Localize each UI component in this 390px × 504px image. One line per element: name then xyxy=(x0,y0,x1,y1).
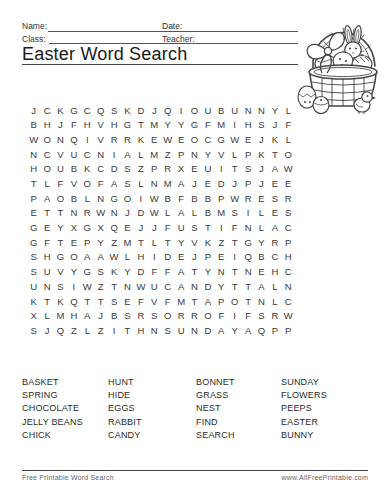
grid-cell-r7c6[interactable]: N xyxy=(94,191,107,206)
grid-cell-r15c8[interactable]: S xyxy=(121,309,134,324)
grid-cell-r3c9[interactable]: K xyxy=(134,132,147,147)
grid-cell-r6c11[interactable]: M xyxy=(161,176,174,191)
grid-cell-r13c16[interactable]: T xyxy=(228,279,241,294)
grid-cell-r14c15[interactable]: P xyxy=(215,294,228,309)
grid-cell-r11c4[interactable]: O xyxy=(67,250,80,265)
grid-cell-r12c13[interactable]: T xyxy=(188,265,201,280)
grid-cell-r1c19[interactable]: Y xyxy=(268,103,281,118)
grid-cell-r13c20[interactable]: N xyxy=(282,279,295,294)
grid-cell-r6c19[interactable]: E xyxy=(268,176,281,191)
grid-cell-r9c20[interactable]: C xyxy=(282,221,295,236)
grid-cell-r5c16[interactable]: T xyxy=(228,162,241,177)
grid-cell-r1c13[interactable]: O xyxy=(188,103,201,118)
grid-cell-r13c10[interactable]: U xyxy=(148,279,161,294)
grid-cell-r7c20[interactable]: R xyxy=(282,191,295,206)
grid-cell-r6c15[interactable]: D xyxy=(215,176,228,191)
grid-cell-r10c3[interactable]: T xyxy=(54,235,67,250)
grid-cell-r11c1[interactable]: S xyxy=(27,250,40,265)
grid-cell-r12c10[interactable]: F xyxy=(148,265,161,280)
grid-cell-r1c3[interactable]: K xyxy=(54,103,67,118)
grid-cell-r12c16[interactable]: T xyxy=(228,265,241,280)
grid-cell-r9c5[interactable]: G xyxy=(81,221,94,236)
grid-cell-r14c6[interactable]: T xyxy=(94,294,107,309)
grid-cell-r12c17[interactable]: N xyxy=(241,265,254,280)
grid-cell-r6c1[interactable]: T xyxy=(27,176,40,191)
grid-cell-r8c19[interactable]: E xyxy=(268,206,281,221)
grid-cell-r9c17[interactable]: N xyxy=(241,221,254,236)
grid-cell-r4c3[interactable]: V xyxy=(54,147,67,162)
grid-cell-r11c20[interactable]: H xyxy=(282,250,295,265)
grid-cell-r10c7[interactable]: Z xyxy=(107,235,120,250)
grid-cell-r4c11[interactable]: Z xyxy=(161,147,174,162)
grid-cell-r3c20[interactable]: L xyxy=(282,132,295,147)
grid-cell-r8c12[interactable]: A xyxy=(174,206,187,221)
grid-cell-r9c16[interactable]: F xyxy=(228,221,241,236)
grid-cell-r7c3[interactable]: O xyxy=(54,191,67,206)
grid-cell-r2c20[interactable]: F xyxy=(282,118,295,133)
grid-cell-r16c5[interactable]: L xyxy=(81,323,94,338)
grid-cell-r5c12[interactable]: X xyxy=(174,162,187,177)
grid-cell-r6c13[interactable]: J xyxy=(188,176,201,191)
grid-cell-r5c1[interactable]: H xyxy=(27,162,40,177)
grid-cell-r15c4[interactable]: H xyxy=(67,309,80,324)
grid-cell-r11c11[interactable]: D xyxy=(161,250,174,265)
grid-cell-r14c8[interactable]: E xyxy=(121,294,134,309)
grid-cell-r1c14[interactable]: U xyxy=(201,103,214,118)
grid-cell-r13c4[interactable]: I xyxy=(67,279,80,294)
grid-cell-r14c13[interactable]: T xyxy=(188,294,201,309)
grid-cell-r4c20[interactable]: O xyxy=(282,147,295,162)
grid-cell-r5c6[interactable]: C xyxy=(94,162,107,177)
grid-cell-r6c16[interactable]: J xyxy=(228,176,241,191)
grid-cell-r8c9[interactable]: D xyxy=(134,206,147,221)
grid-cell-r10c11[interactable]: T xyxy=(161,235,174,250)
grid-cell-r10c20[interactable]: P xyxy=(282,235,295,250)
grid-cell-r5c4[interactable]: B xyxy=(67,162,80,177)
grid-cell-r6c18[interactable]: J xyxy=(255,176,268,191)
grid-cell-r13c15[interactable]: Y xyxy=(215,279,228,294)
grid-cell-r3c2[interactable]: O xyxy=(40,132,53,147)
grid-cell-r10c13[interactable]: V xyxy=(188,235,201,250)
grid-cell-r12c1[interactable]: S xyxy=(27,265,40,280)
grid-cell-r13c7[interactable]: T xyxy=(107,279,120,294)
grid-cell-r8c8[interactable]: J xyxy=(121,206,134,221)
grid-cell-r15c17[interactable]: F xyxy=(241,309,254,324)
grid-cell-r12c8[interactable]: Y xyxy=(121,265,134,280)
grid-cell-r10c1[interactable]: G xyxy=(27,235,40,250)
grid-cell-r6c12[interactable]: A xyxy=(174,176,187,191)
grid-cell-r11c8[interactable]: L xyxy=(121,250,134,265)
grid-cell-r9c4[interactable]: X xyxy=(67,221,80,236)
grid-cell-r9c7[interactable]: Q xyxy=(107,221,120,236)
grid-cell-r4c1[interactable]: N xyxy=(27,147,40,162)
grid-cell-r7c18[interactable]: E xyxy=(255,191,268,206)
grid-cell-r2c1[interactable]: B xyxy=(27,118,40,133)
grid-cell-r2c16[interactable]: I xyxy=(228,118,241,133)
grid-cell-r16c17[interactable]: A xyxy=(241,323,254,338)
grid-cell-r2c13[interactable]: G xyxy=(188,118,201,133)
grid-cell-r11c18[interactable]: B xyxy=(255,250,268,265)
grid-cell-r8c5[interactable]: R xyxy=(81,206,94,221)
grid-cell-r6c5[interactable]: O xyxy=(81,176,94,191)
grid-cell-r3c12[interactable]: E xyxy=(174,132,187,147)
grid-cell-r12c6[interactable]: S xyxy=(94,265,107,280)
grid-cell-r3c5[interactable]: I xyxy=(81,132,94,147)
grid-cell-r9c12[interactable]: U xyxy=(174,221,187,236)
grid-cell-r2c15[interactable]: M xyxy=(215,118,228,133)
grid-cell-r15c5[interactable]: A xyxy=(81,309,94,324)
grid-cell-r9c11[interactable]: F xyxy=(161,221,174,236)
grid-cell-r6c7[interactable]: A xyxy=(107,176,120,191)
grid-cell-r10c2[interactable]: F xyxy=(40,235,53,250)
grid-cell-r11c7[interactable]: W xyxy=(107,250,120,265)
grid-cell-r8c17[interactable]: I xyxy=(241,206,254,221)
grid-cell-r8c6[interactable]: W xyxy=(94,206,107,221)
grid-cell-r4c7[interactable]: I xyxy=(107,147,120,162)
grid-cell-r14c3[interactable]: K xyxy=(54,294,67,309)
grid-cell-r15c18[interactable]: S xyxy=(255,309,268,324)
grid-cell-r3c6[interactable]: V xyxy=(94,132,107,147)
grid-cell-r10c19[interactable]: R xyxy=(268,235,281,250)
grid-cell-r8c4[interactable]: N xyxy=(67,206,80,221)
grid-cell-r5c14[interactable]: U xyxy=(201,162,214,177)
grid-cell-r5c10[interactable]: P xyxy=(148,162,161,177)
grid-cell-r10c5[interactable]: P xyxy=(81,235,94,250)
grid-cell-r4c16[interactable]: L xyxy=(228,147,241,162)
grid-cell-r16c20[interactable]: P xyxy=(282,323,295,338)
grid-cell-r11c12[interactable]: E xyxy=(174,250,187,265)
grid-cell-r1c11[interactable]: Q xyxy=(161,103,174,118)
grid-cell-r9c18[interactable]: L xyxy=(255,221,268,236)
grid-cell-r3c19[interactable]: K xyxy=(268,132,281,147)
grid-cell-r11c19[interactable]: C xyxy=(268,250,281,265)
grid-cell-r7c7[interactable]: G xyxy=(107,191,120,206)
grid-cell-r16c11[interactable]: S xyxy=(161,323,174,338)
grid-cell-r16c10[interactable]: N xyxy=(148,323,161,338)
grid-cell-r3c1[interactable]: W xyxy=(27,132,40,147)
grid-cell-r8c2[interactable]: T xyxy=(40,206,53,221)
grid-cell-r13c12[interactable]: A xyxy=(174,279,187,294)
grid-cell-r7c15[interactable]: P xyxy=(215,191,228,206)
grid-cell-r1c1[interactable]: J xyxy=(27,103,40,118)
grid-cell-r15c6[interactable]: J xyxy=(94,309,107,324)
grid-cell-r13c17[interactable]: T xyxy=(241,279,254,294)
grid-cell-r10c15[interactable]: Z xyxy=(215,235,228,250)
grid-cell-r2c6[interactable]: V xyxy=(94,118,107,133)
grid-cell-r1c12[interactable]: I xyxy=(174,103,187,118)
grid-cell-r8c15[interactable]: M xyxy=(215,206,228,221)
grid-cell-r13c5[interactable]: W xyxy=(81,279,94,294)
grid-cell-r3c7[interactable]: R xyxy=(107,132,120,147)
grid-cell-r13c14[interactable]: D xyxy=(201,279,214,294)
grid-cell-r12c11[interactable]: F xyxy=(161,265,174,280)
grid-cell-r14c20[interactable]: C xyxy=(282,294,295,309)
grid-cell-r2c2[interactable]: H xyxy=(40,118,53,133)
grid-cell-r2c4[interactable]: F xyxy=(67,118,80,133)
grid-cell-r5c19[interactable]: A xyxy=(268,162,281,177)
grid-cell-r5c8[interactable]: S xyxy=(121,162,134,177)
grid-cell-r7c10[interactable]: W xyxy=(148,191,161,206)
grid-cell-r5c3[interactable]: U xyxy=(54,162,67,177)
grid-cell-r11c2[interactable]: H xyxy=(40,250,53,265)
grid-cell-r5c17[interactable]: S xyxy=(241,162,254,177)
grid-cell-r5c13[interactable]: E xyxy=(188,162,201,177)
grid-cell-r6c14[interactable]: E xyxy=(201,176,214,191)
grid-cell-r16c7[interactable]: I xyxy=(107,323,120,338)
grid-cell-r12c2[interactable]: U xyxy=(40,265,53,280)
grid-cell-r7c14[interactable]: B xyxy=(201,191,214,206)
grid-cell-r9c13[interactable]: S xyxy=(188,221,201,236)
grid-cell-r12c14[interactable]: Y xyxy=(201,265,214,280)
grid-cell-r7c1[interactable]: P xyxy=(27,191,40,206)
grid-cell-r7c2[interactable]: A xyxy=(40,191,53,206)
grid-cell-r1c5[interactable]: C xyxy=(81,103,94,118)
grid-cell-r4c6[interactable]: N xyxy=(94,147,107,162)
grid-cell-r4c4[interactable]: U xyxy=(67,147,80,162)
grid-cell-r12c4[interactable]: Y xyxy=(67,265,80,280)
grid-cell-r14c5[interactable]: T xyxy=(81,294,94,309)
grid-cell-r4c12[interactable]: P xyxy=(174,147,187,162)
grid-cell-r7c4[interactable]: B xyxy=(67,191,80,206)
grid-cell-r1c7[interactable]: S xyxy=(107,103,120,118)
grid-cell-r14c9[interactable]: F xyxy=(134,294,147,309)
grid-cell-r4c19[interactable]: T xyxy=(268,147,281,162)
grid-cell-r15c20[interactable]: W xyxy=(282,309,295,324)
grid-cell-r12c5[interactable]: G xyxy=(81,265,94,280)
grid-cell-r2c17[interactable]: H xyxy=(241,118,254,133)
grid-cell-r13c3[interactable]: S xyxy=(54,279,67,294)
grid-cell-r14c11[interactable]: F xyxy=(161,294,174,309)
grid-cell-r15c11[interactable]: O xyxy=(161,309,174,324)
grid-cell-r16c13[interactable]: N xyxy=(188,323,201,338)
grid-cell-r7c19[interactable]: S xyxy=(268,191,281,206)
grid-cell-r10c10[interactable]: L xyxy=(148,235,161,250)
grid-cell-r1c4[interactable]: G xyxy=(67,103,80,118)
grid-cell-r10c8[interactable]: M xyxy=(121,235,134,250)
grid-cell-r4c2[interactable]: C xyxy=(40,147,53,162)
grid-cell-r15c15[interactable]: F xyxy=(215,309,228,324)
grid-cell-r2c5[interactable]: H xyxy=(81,118,94,133)
grid-cell-r9c14[interactable]: T xyxy=(201,221,214,236)
grid-cell-r13c6[interactable]: Z xyxy=(94,279,107,294)
grid-cell-r9c2[interactable]: E xyxy=(40,221,53,236)
grid-cell-r16c1[interactable]: S xyxy=(27,323,40,338)
grid-cell-r7c11[interactable]: B xyxy=(161,191,174,206)
grid-cell-r11c17[interactable]: Q xyxy=(241,250,254,265)
grid-cell-r9c9[interactable]: J xyxy=(134,221,147,236)
grid-cell-r14c2[interactable]: T xyxy=(40,294,53,309)
grid-cell-r8c3[interactable]: T xyxy=(54,206,67,221)
grid-cell-r4c15[interactable]: V xyxy=(215,147,228,162)
grid-cell-r7c8[interactable]: O xyxy=(121,191,134,206)
grid-cell-r3c11[interactable]: W xyxy=(161,132,174,147)
grid-cell-r5c5[interactable]: K xyxy=(81,162,94,177)
grid-cell-r5c11[interactable]: R xyxy=(161,162,174,177)
grid-cell-r7c17[interactable]: R xyxy=(241,191,254,206)
grid-cell-r16c3[interactable]: Q xyxy=(54,323,67,338)
grid-cell-r15c3[interactable]: M xyxy=(54,309,67,324)
grid-cell-r9c19[interactable]: A xyxy=(268,221,281,236)
grid-cell-r11c16[interactable]: I xyxy=(228,250,241,265)
grid-cell-r14c18[interactable]: N xyxy=(255,294,268,309)
grid-cell-r6c20[interactable]: E xyxy=(282,176,295,191)
grid-cell-r16c18[interactable]: Q xyxy=(255,323,268,338)
grid-cell-r15c12[interactable]: R xyxy=(174,309,187,324)
grid-cell-r3c3[interactable]: N xyxy=(54,132,67,147)
grid-cell-r16c12[interactable]: U xyxy=(174,323,187,338)
grid-cell-r6c8[interactable]: S xyxy=(121,176,134,191)
grid-cell-r13c9[interactable]: W xyxy=(134,279,147,294)
grid-cell-r11c15[interactable]: E xyxy=(215,250,228,265)
grid-cell-r1c17[interactable]: N xyxy=(241,103,254,118)
grid-cell-r13c18[interactable]: A xyxy=(255,279,268,294)
grid-cell-r16c2[interactable]: J xyxy=(40,323,53,338)
grid-cell-r12c3[interactable]: V xyxy=(54,265,67,280)
grid-cell-r4c8[interactable]: A xyxy=(121,147,134,162)
grid-cell-r9c15[interactable]: I xyxy=(215,221,228,236)
grid-cell-r2c14[interactable]: F xyxy=(201,118,214,133)
grid-cell-r11c13[interactable]: J xyxy=(188,250,201,265)
grid-cell-r8c13[interactable]: L xyxy=(188,206,201,221)
grid-cell-r10c14[interactable]: K xyxy=(201,235,214,250)
grid-cell-r1c6[interactable]: Q xyxy=(94,103,107,118)
grid-cell-r7c13[interactable]: B xyxy=(188,191,201,206)
grid-cell-r12c12[interactable]: A xyxy=(174,265,187,280)
grid-cell-r15c13[interactable]: R xyxy=(188,309,201,324)
grid-cell-r15c9[interactable]: R xyxy=(134,309,147,324)
grid-cell-r7c9[interactable]: I xyxy=(134,191,147,206)
grid-cell-r9c1[interactable]: G xyxy=(27,221,40,236)
grid-cell-r16c14[interactable]: D xyxy=(201,323,214,338)
grid-cell-r2c3[interactable]: J xyxy=(54,118,67,133)
grid-cell-r13c13[interactable]: N xyxy=(188,279,201,294)
grid-cell-r13c11[interactable]: C xyxy=(161,279,174,294)
grid-cell-r15c2[interactable]: L xyxy=(40,309,53,324)
grid-cell-r4c14[interactable]: Y xyxy=(201,147,214,162)
grid-cell-r11c3[interactable]: G xyxy=(54,250,67,265)
grid-cell-r12c20[interactable]: C xyxy=(282,265,295,280)
grid-cell-r4c9[interactable]: L xyxy=(134,147,147,162)
grid-cell-r3c13[interactable]: O xyxy=(188,132,201,147)
grid-cell-r9c3[interactable]: Y xyxy=(54,221,67,236)
grid-cell-r6c9[interactable]: L xyxy=(134,176,147,191)
grid-cell-r6c10[interactable]: N xyxy=(148,176,161,191)
grid-cell-r8c1[interactable]: E xyxy=(27,206,40,221)
grid-cell-r4c10[interactable]: M xyxy=(148,147,161,162)
grid-cell-r15c7[interactable]: B xyxy=(107,309,120,324)
grid-cell-r10c12[interactable]: Y xyxy=(174,235,187,250)
grid-cell-r10c4[interactable]: E xyxy=(67,235,80,250)
grid-cell-r10c16[interactable]: T xyxy=(228,235,241,250)
grid-cell-r1c16[interactable]: U xyxy=(228,103,241,118)
grid-cell-r13c2[interactable]: N xyxy=(40,279,53,294)
grid-cell-r5c20[interactable]: W xyxy=(282,162,295,177)
grid-cell-r2c8[interactable]: G xyxy=(121,118,134,133)
grid-cell-r10c6[interactable]: Y xyxy=(94,235,107,250)
grid-cell-r2c11[interactable]: Y xyxy=(161,118,174,133)
grid-cell-r14c12[interactable]: M xyxy=(174,294,187,309)
grid-cell-r9c6[interactable]: X xyxy=(94,221,107,236)
grid-cell-r9c8[interactable]: E xyxy=(121,221,134,236)
grid-cell-r5c15[interactable]: I xyxy=(215,162,228,177)
grid-cell-r14c7[interactable]: S xyxy=(107,294,120,309)
grid-cell-r14c1[interactable]: K xyxy=(27,294,40,309)
grid-cell-r6c6[interactable]: F xyxy=(94,176,107,191)
grid-cell-r16c15[interactable]: A xyxy=(215,323,228,338)
grid-cell-r7c16[interactable]: W xyxy=(228,191,241,206)
grid-cell-r10c17[interactable]: G xyxy=(241,235,254,250)
grid-cell-r11c14[interactable]: P xyxy=(201,250,214,265)
grid-cell-r4c17[interactable]: P xyxy=(241,147,254,162)
grid-cell-r12c18[interactable]: E xyxy=(255,265,268,280)
grid-cell-r9c10[interactable]: J xyxy=(148,221,161,236)
grid-cell-r15c16[interactable]: I xyxy=(228,309,241,324)
grid-cell-r8c14[interactable]: B xyxy=(201,206,214,221)
grid-cell-r3c16[interactable]: W xyxy=(228,132,241,147)
grid-cell-r14c4[interactable]: Q xyxy=(67,294,80,309)
grid-cell-r1c15[interactable]: B xyxy=(215,103,228,118)
grid-cell-r11c6[interactable]: A xyxy=(94,250,107,265)
grid-cell-r14c16[interactable]: O xyxy=(228,294,241,309)
grid-cell-r12c15[interactable]: N xyxy=(215,265,228,280)
grid-cell-r16c16[interactable]: Y xyxy=(228,323,241,338)
grid-cell-r7c5[interactable]: L xyxy=(81,191,94,206)
grid-cell-r6c2[interactable]: L xyxy=(40,176,53,191)
grid-cell-r10c9[interactable]: T xyxy=(134,235,147,250)
grid-cell-r16c6[interactable]: Z xyxy=(94,323,107,338)
grid-cell-r16c4[interactable]: Z xyxy=(67,323,80,338)
grid-cell-r8c18[interactable]: L xyxy=(255,206,268,221)
grid-cell-r6c4[interactable]: V xyxy=(67,176,80,191)
grid-cell-r3c17[interactable]: E xyxy=(241,132,254,147)
grid-cell-r10c18[interactable]: Y xyxy=(255,235,268,250)
grid-cell-r7c12[interactable]: F xyxy=(174,191,187,206)
grid-cell-r14c10[interactable]: V xyxy=(148,294,161,309)
grid-cell-r3c8[interactable]: R xyxy=(121,132,134,147)
grid-cell-r5c7[interactable]: D xyxy=(107,162,120,177)
grid-cell-r3c14[interactable]: C xyxy=(201,132,214,147)
grid-cell-r16c8[interactable]: T xyxy=(121,323,134,338)
grid-cell-r16c19[interactable]: P xyxy=(268,323,281,338)
grid-cell-r8c16[interactable]: S xyxy=(228,206,241,221)
grid-cell-r1c8[interactable]: K xyxy=(121,103,134,118)
grid-cell-r3c10[interactable]: E xyxy=(148,132,161,147)
grid-cell-r1c9[interactable]: D xyxy=(134,103,147,118)
grid-cell-r8c20[interactable]: S xyxy=(282,206,295,221)
grid-cell-r2c10[interactable]: M xyxy=(148,118,161,133)
grid-cell-r14c17[interactable]: T xyxy=(241,294,254,309)
grid-cell-r11c5[interactable]: A xyxy=(81,250,94,265)
grid-cell-r1c20[interactable]: L xyxy=(282,103,295,118)
grid-cell-r1c10[interactable]: J xyxy=(148,103,161,118)
grid-cell-r15c10[interactable]: S xyxy=(148,309,161,324)
grid-cell-r15c14[interactable]: O xyxy=(201,309,214,324)
grid-cell-r8c11[interactable]: L xyxy=(161,206,174,221)
grid-cell-r13c1[interactable]: U xyxy=(27,279,40,294)
grid-cell-r5c9[interactable]: Z xyxy=(134,162,147,177)
grid-cell-r2c7[interactable]: H xyxy=(107,118,120,133)
grid-cell-r12c19[interactable]: H xyxy=(268,265,281,280)
grid-cell-r15c1[interactable]: X xyxy=(27,309,40,324)
grid-cell-r4c5[interactable]: C xyxy=(81,147,94,162)
grid-cell-r2c12[interactable]: Y xyxy=(174,118,187,133)
grid-cell-r5c2[interactable]: O xyxy=(40,162,53,177)
grid-cell-r5c18[interactable]: J xyxy=(255,162,268,177)
grid-cell-r13c8[interactable]: N xyxy=(121,279,134,294)
grid-cell-r14c14[interactable]: A xyxy=(201,294,214,309)
grid-cell-r2c19[interactable]: J xyxy=(268,118,281,133)
grid-cell-r6c3[interactable]: F xyxy=(54,176,67,191)
